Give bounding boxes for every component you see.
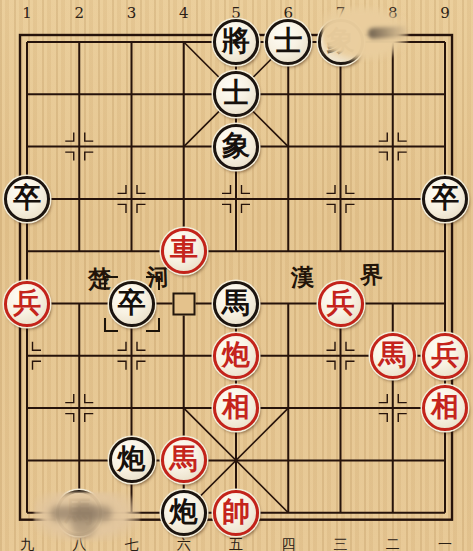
piece-glyph: 兵 — [327, 289, 355, 317]
piece-red-chariot[interactable]: 車 — [161, 228, 207, 274]
piece-black-horse[interactable]: 馬 — [213, 281, 259, 327]
piece-glyph: 士 — [222, 79, 250, 107]
piece-black-elephant[interactable]: 象 — [318, 19, 364, 65]
piece-glyph: 相 — [222, 393, 250, 421]
piece-black-horse[interactable]: 馬 — [56, 490, 102, 536]
piece-red-elephant[interactable]: 相 — [422, 385, 468, 431]
file-label-top: 3 — [127, 4, 137, 22]
piece-black-cannon[interactable]: 炮 — [109, 437, 155, 483]
piece-glyph: 馬 — [65, 498, 93, 526]
piece-red-elephant[interactable]: 相 — [213, 385, 259, 431]
piece-black-advisor[interactable]: 士 — [213, 71, 259, 117]
file-label-bottom: 六 — [177, 536, 191, 551]
file-label-bottom: 二 — [386, 536, 400, 551]
file-label-bottom: 七 — [125, 536, 139, 551]
piece-black-cannon[interactable]: 炮 — [161, 490, 207, 536]
piece-glyph: 將 — [222, 27, 250, 55]
piece-glyph: 兵 — [431, 341, 459, 369]
piece-glyph: 炮 — [118, 445, 146, 473]
piece-red-pawn[interactable]: 兵 — [422, 333, 468, 379]
file-label-bottom: 一 — [438, 536, 452, 551]
piece-black-advisor[interactable]: 士 — [265, 19, 311, 65]
piece-glyph: 車 — [170, 236, 198, 264]
piece-glyph: 馬 — [170, 445, 198, 473]
file-label-bottom: 九 — [20, 536, 34, 551]
file-label-top: 1 — [22, 4, 32, 22]
piece-red-pawn[interactable]: 兵 — [318, 281, 364, 327]
piece-red-pawn[interactable]: 兵 — [4, 281, 50, 327]
piece-glyph: 象 — [222, 132, 250, 160]
piece-black-pawn[interactable]: 卒 — [422, 176, 468, 222]
file-label-bottom: 四 — [281, 536, 295, 551]
river-text-right: 漢界 — [291, 258, 430, 294]
piece-glyph: 象 — [327, 27, 355, 55]
file-label-bottom: 八 — [72, 536, 86, 551]
piece-glyph: 兵 — [13, 289, 41, 317]
piece-red-cannon[interactable]: 炮 — [213, 333, 259, 379]
piece-black-general[interactable]: 將 — [213, 19, 259, 65]
piece-glyph: 卒 — [431, 184, 459, 212]
piece-black-pawn[interactable]: 卒 — [4, 176, 50, 222]
piece-glyph: 卒 — [118, 289, 146, 317]
file-label-bottom: 五 — [229, 536, 243, 551]
piece-black-pawn[interactable]: 卒 — [109, 281, 155, 327]
piece-glyph: 炮 — [222, 341, 250, 369]
piece-glyph: 卒 — [13, 184, 41, 212]
piece-glyph: 馬 — [222, 289, 250, 317]
file-label-top: 4 — [179, 4, 189, 22]
xiangqi-board: 123456789九八七六五四三二一 楚河 漢界 將士象士象卒卒車兵卒馬兵炮馬兵… — [0, 0, 473, 551]
last-move-origin-marker — [172, 292, 195, 315]
file-label-bottom: 三 — [334, 536, 348, 551]
piece-glyph: 相 — [431, 393, 459, 421]
piece-glyph: 士 — [274, 27, 302, 55]
file-label-top: 2 — [74, 4, 84, 22]
piece-black-elephant[interactable]: 象 — [213, 124, 259, 170]
piece-red-general[interactable]: 帥 — [213, 490, 259, 536]
file-label-top: 9 — [440, 4, 450, 22]
piece-glyph: 帥 — [222, 498, 250, 526]
piece-red-horse[interactable]: 馬 — [161, 437, 207, 483]
piece-glyph: 馬 — [379, 341, 407, 369]
piece-glyph: 炮 — [170, 498, 198, 526]
piece-red-horse[interactable]: 馬 — [370, 333, 416, 379]
file-label-top: 8 — [388, 4, 398, 22]
